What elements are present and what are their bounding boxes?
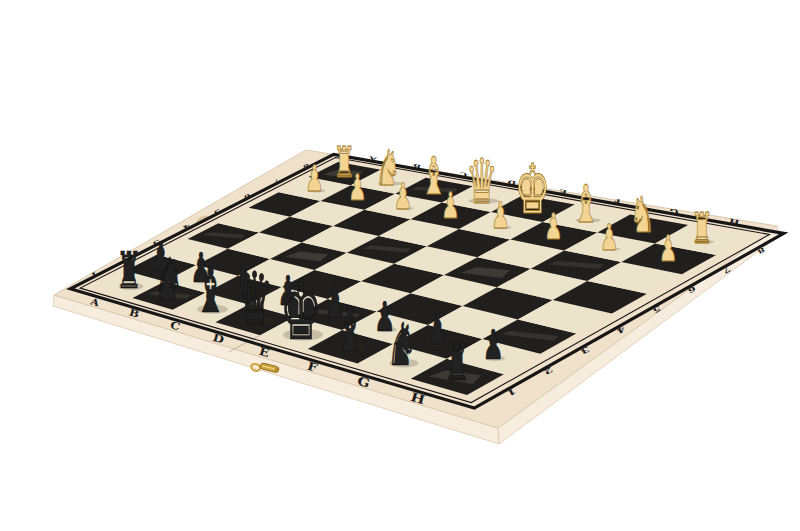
- chessboard-scene: AABBCCDDEEFFGGHH1122334455667788♜♞♟♝♟♛♟♚…: [0, 0, 800, 531]
- piece-white-pawn-e7[interactable]: ♟: [491, 195, 510, 237]
- file-label-far-E: E: [559, 188, 568, 197]
- piece-white-pawn-d7[interactable]: ♟: [441, 185, 460, 227]
- piece-white-bishop-f8[interactable]: ♝: [572, 174, 599, 234]
- piece-black-rook-h1[interactable]: ♜: [444, 334, 470, 393]
- piece-black-queen-d1[interactable]: ♛: [235, 256, 274, 342]
- file-label-far-G: G: [669, 207, 679, 216]
- piece-white-pawn-a7[interactable]: ♟: [305, 158, 324, 200]
- piece-black-knight-g1[interactable]: ♞: [386, 310, 417, 379]
- piece-black-king-e1[interactable]: ♚: [280, 263, 323, 358]
- piece-black-rook-a1[interactable]: ♜: [116, 241, 142, 300]
- piece-black-pawn-h2[interactable]: ♟: [482, 321, 503, 369]
- chess-set-photo: AABBCCDDEEFFGGHH1122334455667788♜♞♟♝♟♛♟♚…: [0, 0, 800, 531]
- piece-white-pawn-h7[interactable]: ♟: [659, 228, 678, 270]
- piece-black-knight-b1[interactable]: ♞: [153, 245, 184, 314]
- piece-white-pawn-g7[interactable]: ♟: [600, 217, 619, 259]
- file-label-far-H: H: [728, 217, 740, 227]
- piece-white-pawn-c7[interactable]: ♟: [393, 176, 412, 218]
- piece-white-knight-g8[interactable]: ♞: [630, 187, 656, 243]
- piece-black-bishop-c1[interactable]: ♝: [194, 254, 226, 326]
- piece-white-pawn-f7[interactable]: ♟: [544, 205, 563, 247]
- piece-white-rook-h8[interactable]: ♜: [691, 204, 713, 253]
- piece-black-bishop-f1[interactable]: ♝: [334, 294, 366, 366]
- piece-white-pawn-b7[interactable]: ♟: [348, 167, 367, 209]
